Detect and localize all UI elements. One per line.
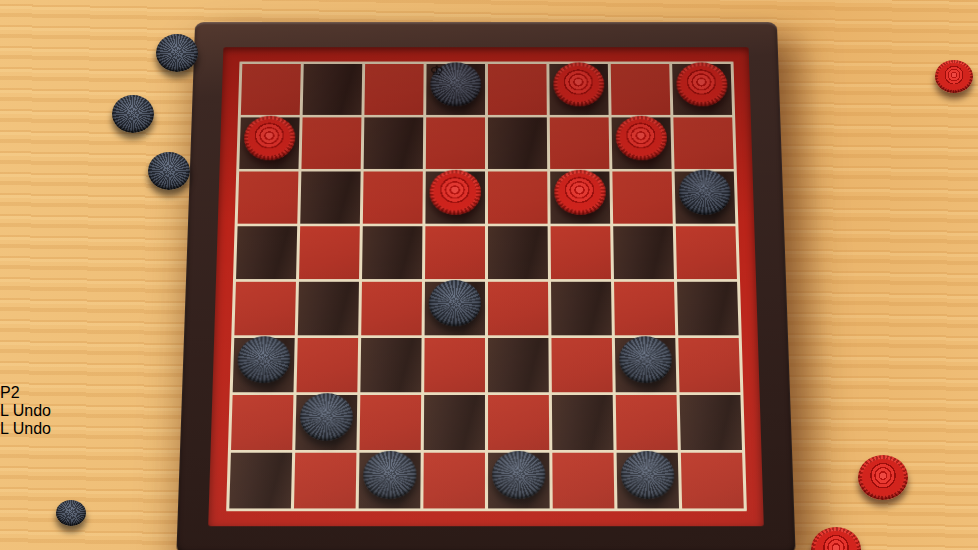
square-r0c4-light [487,64,546,115]
red-checker[interactable] [553,62,604,106]
square-r3c3-light [425,226,485,279]
board-red-margin: ♔ [208,47,764,526]
square-r4c6-light [614,281,675,335]
red-checker[interactable] [243,115,295,160]
square-r6c1-dark[interactable] [295,395,357,450]
square-r6c5-dark[interactable] [551,395,613,450]
player1-black-checker-icon [56,500,86,526]
square-r3c5-light [550,226,610,279]
square-r7c6-dark[interactable] [616,452,678,508]
square-r4c1-dark[interactable] [297,281,358,335]
square-r3c4-dark[interactable] [487,226,547,279]
black-king-checker[interactable]: ♔ [430,62,481,106]
square-r1c6-dark[interactable] [611,117,671,168]
square-r1c5-light [549,117,609,168]
square-r3c0-dark[interactable] [236,226,297,279]
square-r0c6-light [610,64,670,115]
square-r0c5-dark[interactable] [549,64,608,115]
player1-black-checker-icon [56,500,86,526]
square-r3c6-dark[interactable] [613,226,674,279]
square-r7c7-light [680,452,743,508]
red-checker[interactable] [554,169,606,214]
square-r5c0-dark[interactable] [232,338,294,392]
square-r1c3-light [425,117,484,168]
square-r5c7-light [678,338,740,392]
square-r4c4-light [488,281,548,335]
square-r5c5-light [551,338,612,392]
square-r0c7-dark[interactable] [672,64,732,115]
l-button-icon: L [0,420,8,437]
undo-label: Undo [13,402,51,419]
square-r7c4-dark[interactable] [488,452,550,508]
square-r4c7-dark[interactable] [677,281,739,335]
square-r0c2-light [364,64,423,115]
undo-label: Undo [13,420,51,437]
square-r4c2-light [361,281,422,335]
board-grid: ♔ [226,61,747,511]
square-r1c0-dark[interactable] [239,117,299,168]
square-r6c3-dark[interactable] [423,395,484,450]
red-checker[interactable] [615,115,667,160]
player2-red-checker-icon [935,60,973,93]
captured-black-checker [148,152,190,190]
square-r7c1-light [293,452,355,508]
square-r5c1-light [296,338,358,392]
player2-label: P2 [0,384,20,401]
square-r2c7-dark[interactable] [674,171,735,223]
square-r6c6-light [615,395,677,450]
board-3d: ♔ [176,22,795,550]
square-r6c2-light [359,395,421,450]
square-r5c3-light [424,338,485,392]
square-r3c1-light [299,226,360,279]
square-r0c0-light [240,64,300,115]
crown-icon: ♔ [430,63,444,77]
square-r1c2-dark[interactable] [363,117,423,168]
square-r0c3-dark[interactable]: ♔ [426,64,485,115]
l-button-label: L [0,402,8,419]
red-checker[interactable] [676,62,728,106]
square-r3c7-light [675,226,736,279]
black-checker[interactable] [492,450,545,498]
l-button-label: L [0,420,8,437]
square-r1c7-light [673,117,733,168]
square-r7c2-dark[interactable] [358,452,420,508]
black-checker[interactable] [237,336,291,383]
square-r4c0-light [234,281,296,335]
square-r4c3-dark[interactable] [424,281,484,335]
square-r1c1-light [301,117,361,168]
square-r2c4-light [487,171,547,223]
square-r5c6-dark[interactable] [614,338,676,392]
square-r2c0-light [237,171,298,223]
captured-black-checker [156,34,198,72]
black-checker[interactable] [428,280,480,326]
black-checker[interactable] [678,169,731,214]
square-r2c1-dark[interactable] [300,171,360,223]
square-r6c4-light [488,395,549,450]
square-r6c7-dark[interactable] [679,395,741,450]
square-r7c5-light [552,452,614,508]
square-r6c0-light [231,395,293,450]
square-r0c1-dark[interactable] [302,64,362,115]
l-button-icon: L [0,402,8,419]
square-r7c3-light [423,452,485,508]
black-checker[interactable] [299,393,353,441]
black-checker[interactable] [362,450,416,498]
square-r5c4-dark[interactable] [488,338,549,392]
captured-red-checker [811,527,861,550]
square-r2c2-light [362,171,422,223]
square-r3c2-dark[interactable] [362,226,422,279]
player2-red-checker-icon [935,60,973,93]
square-r5c2-dark[interactable] [360,338,421,392]
square-r2c6-light [612,171,672,223]
square-r7c0-dark[interactable] [229,452,292,508]
square-r2c5-dark[interactable] [550,171,610,223]
checkers-board: ♔ [186,0,786,550]
square-r1c4-dark[interactable] [487,117,546,168]
captured-black-checker [112,95,154,133]
black-checker[interactable] [620,450,674,498]
square-r2c3-dark[interactable] [425,171,485,223]
square-r4c5-dark[interactable] [551,281,612,335]
black-checker[interactable] [618,336,671,383]
red-checker[interactable] [429,169,481,214]
captured-red-checker [858,455,908,500]
